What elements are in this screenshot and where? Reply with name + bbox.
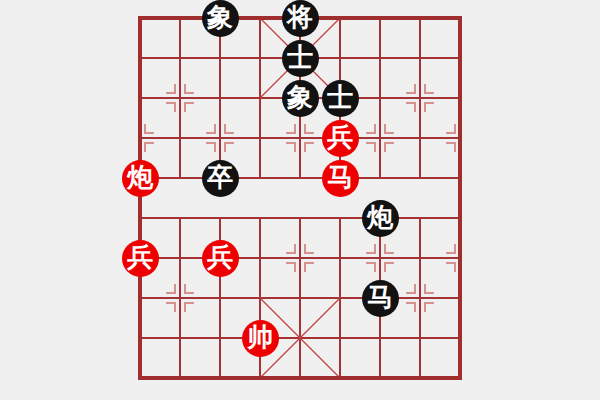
piece-black-cannon[interactable]: 炮	[362, 200, 399, 237]
piece-black-elephant[interactable]: 象	[202, 0, 239, 37]
piece-black-advisor[interactable]: 士	[322, 80, 359, 117]
piece-red-cannon[interactable]: 炮	[122, 160, 159, 197]
piece-black-horse[interactable]: 马	[362, 280, 399, 317]
app-background: 象将士象士兵炮卒马炮兵兵马帅	[0, 0, 600, 400]
xiangqi-board[interactable]: 象将士象士兵炮卒马炮兵兵马帅	[120, 0, 480, 398]
piece-black-soldier[interactable]: 卒	[202, 160, 239, 197]
piece-red-soldier[interactable]: 兵	[202, 240, 239, 277]
piece-black-general[interactable]: 将	[282, 0, 319, 37]
piece-red-general[interactable]: 帅	[242, 320, 279, 357]
piece-black-elephant[interactable]: 象	[282, 80, 319, 117]
piece-black-advisor[interactable]: 士	[282, 40, 319, 77]
piece-red-soldier[interactable]: 兵	[122, 240, 159, 277]
piece-red-horse[interactable]: 马	[322, 160, 359, 197]
piece-red-soldier[interactable]: 兵	[322, 120, 359, 157]
